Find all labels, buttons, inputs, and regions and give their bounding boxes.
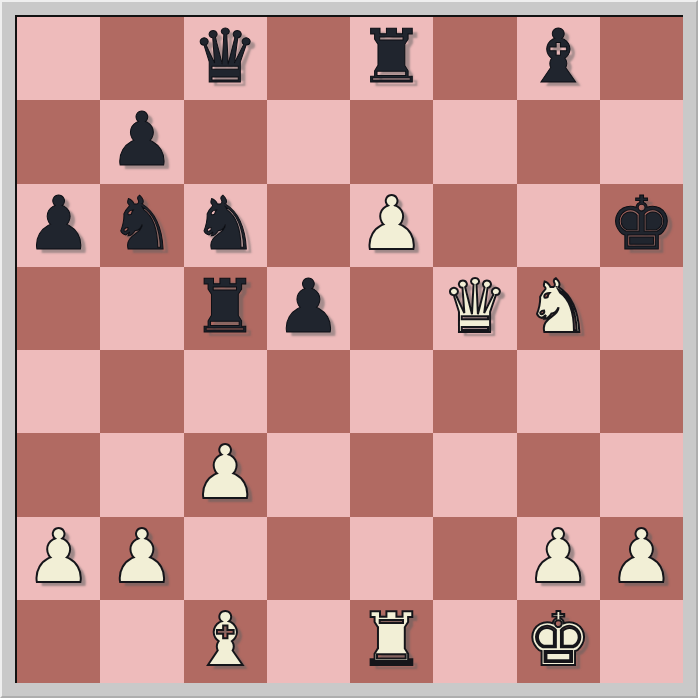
piece-white-knight[interactable]: ♞: [525, 265, 591, 348]
square-d3[interactable]: [267, 433, 350, 516]
square-b7[interactable]: ♟: [100, 100, 183, 183]
square-g6[interactable]: [517, 184, 600, 267]
square-h2[interactable]: ♟: [600, 517, 683, 600]
piece-white-king[interactable]: ♚: [525, 598, 591, 681]
square-c6[interactable]: ♞: [184, 184, 267, 267]
square-e8[interactable]: ♜: [350, 17, 433, 100]
square-g2[interactable]: ♟: [517, 517, 600, 600]
piece-black-bishop[interactable]: ♝: [525, 15, 591, 98]
square-a8[interactable]: [17, 17, 100, 100]
piece-black-knight[interactable]: ♞: [109, 182, 175, 265]
square-f7[interactable]: [433, 100, 516, 183]
square-h1[interactable]: [600, 600, 683, 683]
square-d1[interactable]: [267, 600, 350, 683]
square-f8[interactable]: [433, 17, 516, 100]
square-e1[interactable]: ♜: [350, 600, 433, 683]
piece-white-pawn[interactable]: ♟: [109, 515, 175, 598]
square-h3[interactable]: [600, 433, 683, 516]
square-a6[interactable]: ♟: [17, 184, 100, 267]
square-f5[interactable]: ♛: [433, 267, 516, 350]
piece-white-pawn[interactable]: ♟: [25, 515, 91, 598]
square-g4[interactable]: [517, 350, 600, 433]
square-f6[interactable]: [433, 184, 516, 267]
piece-black-king[interactable]: ♚: [608, 182, 674, 265]
board-frame: ♛♜♝♟♟♞♞♟♚♜♟♛♞♟♟♟♟♟♝♜♚: [0, 0, 698, 698]
square-e3[interactable]: [350, 433, 433, 516]
square-c2[interactable]: [184, 517, 267, 600]
square-e6[interactable]: ♟: [350, 184, 433, 267]
square-g3[interactable]: [517, 433, 600, 516]
piece-white-pawn[interactable]: ♟: [192, 431, 258, 514]
square-g5[interactable]: ♞: [517, 267, 600, 350]
square-d5[interactable]: ♟: [267, 267, 350, 350]
square-a7[interactable]: [17, 100, 100, 183]
square-b1[interactable]: [100, 600, 183, 683]
piece-black-pawn[interactable]: ♟: [25, 182, 91, 265]
piece-black-rook[interactable]: ♜: [192, 265, 258, 348]
square-a1[interactable]: [17, 600, 100, 683]
square-f1[interactable]: [433, 600, 516, 683]
piece-black-pawn[interactable]: ♟: [109, 98, 175, 181]
square-b4[interactable]: [100, 350, 183, 433]
square-e4[interactable]: [350, 350, 433, 433]
square-h7[interactable]: [600, 100, 683, 183]
piece-black-queen[interactable]: ♛: [192, 15, 258, 98]
square-d8[interactable]: [267, 17, 350, 100]
square-b8[interactable]: [100, 17, 183, 100]
square-d7[interactable]: [267, 100, 350, 183]
piece-white-rook[interactable]: ♜: [358, 598, 424, 681]
piece-black-rook[interactable]: ♜: [358, 15, 424, 98]
square-b6[interactable]: ♞: [100, 184, 183, 267]
square-e2[interactable]: [350, 517, 433, 600]
piece-white-pawn[interactable]: ♟: [358, 182, 424, 265]
chess-board: ♛♜♝♟♟♞♞♟♚♜♟♛♞♟♟♟♟♟♝♜♚: [15, 15, 683, 683]
square-f3[interactable]: [433, 433, 516, 516]
piece-white-queen[interactable]: ♛: [442, 265, 508, 348]
square-g7[interactable]: [517, 100, 600, 183]
square-h8[interactable]: [600, 17, 683, 100]
square-c5[interactable]: ♜: [184, 267, 267, 350]
square-d6[interactable]: [267, 184, 350, 267]
square-h6[interactable]: ♚: [600, 184, 683, 267]
piece-black-knight[interactable]: ♞: [192, 182, 258, 265]
square-c8[interactable]: ♛: [184, 17, 267, 100]
square-f2[interactable]: [433, 517, 516, 600]
square-b3[interactable]: [100, 433, 183, 516]
square-e5[interactable]: [350, 267, 433, 350]
square-a3[interactable]: [17, 433, 100, 516]
square-c1[interactable]: ♝: [184, 600, 267, 683]
piece-white-pawn[interactable]: ♟: [525, 515, 591, 598]
square-h5[interactable]: [600, 267, 683, 350]
square-f4[interactable]: [433, 350, 516, 433]
square-d4[interactable]: [267, 350, 350, 433]
square-b5[interactable]: [100, 267, 183, 350]
square-h4[interactable]: [600, 350, 683, 433]
square-g1[interactable]: ♚: [517, 600, 600, 683]
square-a4[interactable]: [17, 350, 100, 433]
piece-white-pawn[interactable]: ♟: [608, 515, 674, 598]
square-c7[interactable]: [184, 100, 267, 183]
square-a2[interactable]: ♟: [17, 517, 100, 600]
square-b2[interactable]: ♟: [100, 517, 183, 600]
piece-black-pawn[interactable]: ♟: [275, 265, 341, 348]
square-e7[interactable]: [350, 100, 433, 183]
square-a5[interactable]: [17, 267, 100, 350]
piece-white-bishop[interactable]: ♝: [192, 598, 258, 681]
square-g8[interactable]: ♝: [517, 17, 600, 100]
square-d2[interactable]: [267, 517, 350, 600]
square-c4[interactable]: [184, 350, 267, 433]
square-c3[interactable]: ♟: [184, 433, 267, 516]
